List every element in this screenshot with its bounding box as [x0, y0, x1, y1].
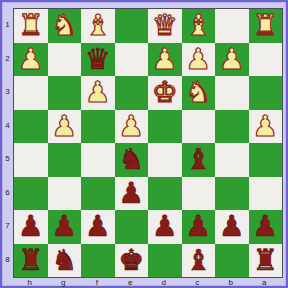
- white-queen-d1[interactable]: ♛: [152, 9, 178, 42]
- square-b2[interactable]: ♟: [215, 43, 249, 77]
- square-a8[interactable]: ♜: [249, 244, 283, 278]
- rank-label-7: 7: [2, 209, 13, 243]
- square-f4[interactable]: [81, 110, 115, 144]
- square-a6[interactable]: [249, 177, 283, 211]
- square-h5[interactable]: [14, 143, 48, 177]
- square-a5[interactable]: [249, 143, 283, 177]
- square-d1[interactable]: ♛: [148, 9, 182, 43]
- square-a4[interactable]: ♟: [249, 110, 283, 144]
- square-c8[interactable]: ♝: [182, 244, 216, 278]
- black-pawn-c7[interactable]: ♟: [185, 210, 211, 243]
- square-d5[interactable]: [148, 143, 182, 177]
- white-pawn-c2[interactable]: ♟: [185, 43, 211, 76]
- square-g8[interactable]: ♞: [48, 244, 82, 278]
- black-pawn-b7[interactable]: ♟: [219, 210, 245, 243]
- square-c4[interactable]: [182, 110, 216, 144]
- white-pawn-b2[interactable]: ♟: [219, 43, 245, 76]
- square-f3[interactable]: ♟: [81, 76, 115, 110]
- white-pawn-e4[interactable]: ♟: [118, 110, 144, 143]
- square-f1[interactable]: ♝: [81, 9, 115, 43]
- square-g2[interactable]: [48, 43, 82, 77]
- white-pawn-h2[interactable]: ♟: [18, 43, 44, 76]
- black-king-e8[interactable]: ♚: [118, 244, 144, 277]
- square-f7[interactable]: ♟: [81, 210, 115, 244]
- square-e1[interactable]: [115, 9, 149, 43]
- black-pawn-f7[interactable]: ♟: [85, 210, 111, 243]
- square-d8[interactable]: [148, 244, 182, 278]
- white-pawn-d2[interactable]: ♟: [152, 43, 178, 76]
- white-pawn-f3[interactable]: ♟: [85, 76, 111, 109]
- black-pawn-d7[interactable]: ♟: [152, 210, 178, 243]
- rank-label-2: 2: [2, 42, 13, 76]
- black-knight-g8[interactable]: ♞: [51, 244, 77, 277]
- square-g6[interactable]: [48, 177, 82, 211]
- black-bishop-c8[interactable]: ♝: [185, 244, 211, 277]
- square-h1[interactable]: ♜: [14, 9, 48, 43]
- square-a3[interactable]: [249, 76, 283, 110]
- white-king-d3[interactable]: ♚: [152, 76, 178, 109]
- square-d3[interactable]: ♚: [148, 76, 182, 110]
- square-c5[interactable]: ♝: [182, 143, 216, 177]
- square-f6[interactable]: [81, 177, 115, 211]
- square-b7[interactable]: ♟: [215, 210, 249, 244]
- square-b4[interactable]: [215, 110, 249, 144]
- square-h7[interactable]: ♟: [14, 210, 48, 244]
- square-g7[interactable]: ♟: [48, 210, 82, 244]
- rank-labels: 12345678: [2, 8, 13, 276]
- square-h8[interactable]: ♜: [14, 244, 48, 278]
- white-knight-g1[interactable]: ♞: [51, 9, 77, 42]
- square-h4[interactable]: [14, 110, 48, 144]
- file-label-b: b: [214, 277, 248, 287]
- rank-label-8: 8: [2, 243, 13, 277]
- square-f2[interactable]: ♛: [81, 43, 115, 77]
- square-e2[interactable]: [115, 43, 149, 77]
- square-b8[interactable]: [215, 244, 249, 278]
- black-queen-f2[interactable]: ♛: [85, 43, 111, 76]
- white-bishop-f1[interactable]: ♝: [85, 9, 111, 42]
- white-bishop-c1[interactable]: ♝: [185, 9, 211, 42]
- square-g5[interactable]: [48, 143, 82, 177]
- file-label-e: e: [114, 277, 148, 287]
- file-label-d: d: [147, 277, 181, 287]
- square-a7[interactable]: ♟: [249, 210, 283, 244]
- square-f8[interactable]: [81, 244, 115, 278]
- black-knight-e5[interactable]: ♞: [118, 143, 144, 176]
- square-b5[interactable]: [215, 143, 249, 177]
- square-b6[interactable]: [215, 177, 249, 211]
- rank-label-1: 1: [2, 8, 13, 42]
- square-e4[interactable]: ♟: [115, 110, 149, 144]
- square-a2[interactable]: [249, 43, 283, 77]
- square-d7[interactable]: ♟: [148, 210, 182, 244]
- file-label-a: a: [248, 277, 282, 287]
- square-h2[interactable]: ♟: [14, 43, 48, 77]
- square-b1[interactable]: [215, 9, 249, 43]
- file-labels: hgfedcba: [13, 277, 281, 287]
- square-g1[interactable]: ♞: [48, 9, 82, 43]
- square-g4[interactable]: ♟: [48, 110, 82, 144]
- square-c7[interactable]: ♟: [182, 210, 216, 244]
- file-label-g: g: [47, 277, 81, 287]
- square-h6[interactable]: [14, 177, 48, 211]
- board-frame: 12345678 ♜♞♝♛♝♜♟♛♟♟♟♟♚♞♟♟♟♞♝♟♟♟♟♟♟♟♟♜♞♚♝…: [0, 0, 288, 288]
- file-label-c: c: [181, 277, 215, 287]
- square-h3[interactable]: [14, 76, 48, 110]
- square-c6[interactable]: [182, 177, 216, 211]
- white-knight-c3[interactable]: ♞: [185, 76, 211, 109]
- square-c2[interactable]: ♟: [182, 43, 216, 77]
- square-e6[interactable]: ♟: [115, 177, 149, 211]
- black-pawn-a7[interactable]: ♟: [252, 210, 278, 243]
- square-g3[interactable]: [48, 76, 82, 110]
- white-pawn-a4[interactable]: ♟: [252, 110, 278, 143]
- file-label-h: h: [13, 277, 47, 287]
- square-d4[interactable]: [148, 110, 182, 144]
- square-b3[interactable]: [215, 76, 249, 110]
- square-e8[interactable]: ♚: [115, 244, 149, 278]
- square-a1[interactable]: ♜: [249, 9, 283, 43]
- file-label-f: f: [80, 277, 114, 287]
- black-rook-a8[interactable]: ♜: [252, 244, 278, 277]
- white-pawn-g4[interactable]: ♟: [51, 110, 77, 143]
- black-bishop-c5[interactable]: ♝: [185, 143, 211, 176]
- square-e3[interactable]: [115, 76, 149, 110]
- rank-label-6: 6: [2, 176, 13, 210]
- white-rook-h1[interactable]: ♜: [18, 9, 44, 42]
- rank-label-4: 4: [2, 109, 13, 143]
- square-f5[interactable]: [81, 143, 115, 177]
- square-c3[interactable]: ♞: [182, 76, 216, 110]
- square-c1[interactable]: ♝: [182, 9, 216, 43]
- square-e7[interactable]: [115, 210, 149, 244]
- black-pawn-h7[interactable]: ♟: [18, 210, 44, 243]
- black-pawn-e6[interactable]: ♟: [118, 177, 144, 210]
- chess-board: ♜♞♝♛♝♜♟♛♟♟♟♟♚♞♟♟♟♞♝♟♟♟♟♟♟♟♟♜♞♚♝♜: [13, 8, 283, 278]
- square-d6[interactable]: [148, 177, 182, 211]
- square-d2[interactable]: ♟: [148, 43, 182, 77]
- square-e5[interactable]: ♞: [115, 143, 149, 177]
- black-pawn-g7[interactable]: ♟: [51, 210, 77, 243]
- black-rook-h8[interactable]: ♜: [18, 244, 44, 277]
- rank-label-3: 3: [2, 75, 13, 109]
- rank-label-5: 5: [2, 142, 13, 176]
- white-rook-a1[interactable]: ♜: [252, 9, 278, 42]
